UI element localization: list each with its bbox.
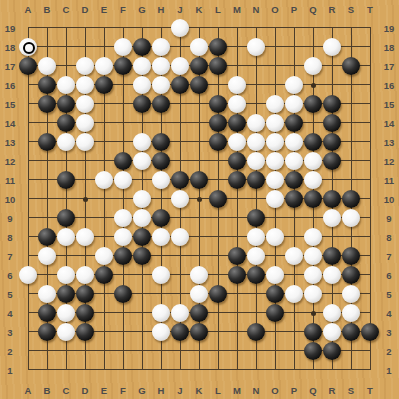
stone-black-A17 (19, 57, 37, 75)
stone-black-E16 (95, 76, 113, 94)
stone-black-L15 (209, 95, 227, 113)
stone-black-C5 (57, 285, 75, 303)
coord-label-col-A-top: A (25, 3, 32, 14)
coord-label-col-R-bottom: R (329, 385, 336, 396)
coord-label-col-O-bottom: O (271, 385, 278, 396)
coord-label-col-D-top: D (82, 3, 89, 14)
coord-label-col-O-top: O (271, 3, 278, 14)
stone-white-Q6 (304, 266, 322, 284)
stone-white-H18 (152, 38, 170, 56)
coord-label-row-5-left: 5 (7, 288, 12, 299)
coord-label-row-19-right: 19 (384, 22, 395, 33)
stone-white-C16 (57, 76, 75, 94)
stone-white-D17 (76, 57, 94, 75)
stone-black-C11 (57, 171, 75, 189)
star-point-Q16 (311, 83, 316, 88)
stone-white-O15 (266, 95, 284, 113)
coord-label-col-G-top: G (138, 3, 145, 14)
stone-white-S9 (342, 209, 360, 227)
stone-black-L14 (209, 114, 227, 132)
stone-white-D13 (76, 133, 94, 151)
stone-white-A18 (19, 38, 37, 56)
coord-label-col-A-bottom: A (25, 385, 32, 396)
coord-label-row-14-right: 14 (384, 117, 395, 128)
stone-white-F18 (114, 38, 132, 56)
stone-black-L18 (209, 38, 227, 56)
stone-black-N3 (247, 323, 265, 341)
coord-label-row-18-right: 18 (384, 41, 395, 52)
stone-white-H16 (152, 76, 170, 94)
stone-white-Q12 (304, 152, 322, 170)
stone-black-R14 (323, 114, 341, 132)
stone-white-R18 (323, 38, 341, 56)
stone-black-J3 (171, 323, 189, 341)
stone-black-L13 (209, 133, 227, 151)
star-point-K10 (197, 197, 202, 202)
stone-black-O5 (266, 285, 284, 303)
stone-white-H6 (152, 266, 170, 284)
stone-black-L10 (209, 190, 227, 208)
stone-white-D8 (76, 228, 94, 246)
stone-white-J8 (171, 228, 189, 246)
stone-white-G16 (133, 76, 151, 94)
coord-label-row-9-left: 9 (7, 212, 12, 223)
coord-label-col-C-bottom: C (63, 385, 70, 396)
stone-black-R7 (323, 247, 341, 265)
coord-label-col-K-top: K (196, 3, 203, 14)
coord-label-row-3-left: 3 (7, 326, 12, 337)
stone-white-F8 (114, 228, 132, 246)
coord-label-row-15-right: 15 (384, 98, 395, 109)
stone-white-C4 (57, 304, 75, 322)
coord-label-col-F-top: F (120, 3, 126, 14)
coord-label-row-9-right: 9 (386, 212, 391, 223)
stone-white-N7 (247, 247, 265, 265)
coord-label-row-11-right: 11 (384, 174, 394, 185)
stone-black-C14 (57, 114, 75, 132)
stone-black-J11 (171, 171, 189, 189)
stone-white-P16 (285, 76, 303, 94)
stone-white-P7 (285, 247, 303, 265)
coord-label-col-H-bottom: H (158, 385, 165, 396)
stone-white-Q17 (304, 57, 322, 75)
stone-white-B7 (38, 247, 56, 265)
stone-white-M15 (228, 95, 246, 113)
stone-white-R9 (323, 209, 341, 227)
coord-label-col-D-bottom: D (82, 385, 89, 396)
stone-black-F17 (114, 57, 132, 75)
stone-white-K18 (190, 38, 208, 56)
stone-black-K17 (190, 57, 208, 75)
stone-white-J10 (171, 190, 189, 208)
stone-white-O6 (266, 266, 284, 284)
coord-label-col-P-bottom: P (291, 385, 297, 396)
coord-label-col-F-bottom: F (120, 385, 126, 396)
stone-white-E17 (95, 57, 113, 75)
stone-white-G17 (133, 57, 151, 75)
stone-white-B5 (38, 285, 56, 303)
star-point-Q4 (311, 311, 316, 316)
stone-black-B3 (38, 323, 56, 341)
stone-black-F5 (114, 285, 132, 303)
stone-white-G12 (133, 152, 151, 170)
last-move-marker (23, 42, 35, 54)
coord-label-row-2-left: 2 (7, 345, 12, 356)
coord-label-row-13-right: 13 (384, 136, 395, 147)
coord-label-col-J-bottom: J (177, 385, 182, 396)
stone-white-G10 (133, 190, 151, 208)
stone-white-D14 (76, 114, 94, 132)
stone-white-P13 (285, 133, 303, 151)
coord-label-row-10-left: 10 (5, 193, 16, 204)
coord-label-col-H-top: H (158, 3, 165, 14)
stone-white-M13 (228, 133, 246, 151)
stone-white-H8 (152, 228, 170, 246)
stone-white-Q11 (304, 171, 322, 189)
stone-white-P12 (285, 152, 303, 170)
coord-label-col-B-bottom: B (44, 385, 51, 396)
coord-label-row-16-right: 16 (384, 79, 395, 90)
stone-white-N8 (247, 228, 265, 246)
coord-label-col-R-top: R (329, 3, 336, 14)
stone-white-O10 (266, 190, 284, 208)
coord-label-col-P-top: P (291, 3, 297, 14)
coord-label-col-B-top: B (44, 3, 51, 14)
coord-label-row-4-right: 4 (386, 307, 391, 318)
stone-white-N18 (247, 38, 265, 56)
stone-white-R6 (323, 266, 341, 284)
coord-label-col-L-top: L (215, 3, 221, 14)
coord-label-row-1-right: 1 (386, 364, 391, 375)
coord-label-col-N-top: N (253, 3, 260, 14)
stone-black-P14 (285, 114, 303, 132)
coord-label-col-L-bottom: L (215, 385, 221, 396)
coord-label-col-Q-bottom: Q (309, 385, 316, 396)
stone-white-H4 (152, 304, 170, 322)
stone-white-Q7 (304, 247, 322, 265)
stone-black-M7 (228, 247, 246, 265)
coord-label-row-11-left: 11 (5, 174, 15, 185)
stone-white-R3 (323, 323, 341, 341)
stone-black-B8 (38, 228, 56, 246)
stone-black-L5 (209, 285, 227, 303)
stone-black-Q2 (304, 342, 322, 360)
stone-black-E6 (95, 266, 113, 284)
coord-label-col-G-bottom: G (138, 385, 145, 396)
stone-black-Q15 (304, 95, 322, 113)
coord-label-row-17-left: 17 (5, 60, 16, 71)
stone-black-B13 (38, 133, 56, 151)
stone-black-S10 (342, 190, 360, 208)
stone-white-P5 (285, 285, 303, 303)
stone-white-K5 (190, 285, 208, 303)
stone-black-Q13 (304, 133, 322, 151)
coord-label-row-8-left: 8 (7, 231, 12, 242)
stone-black-M12 (228, 152, 246, 170)
stone-black-M6 (228, 266, 246, 284)
coord-label-row-10-right: 10 (384, 193, 395, 204)
stone-black-S6 (342, 266, 360, 284)
stone-white-C13 (57, 133, 75, 151)
stone-black-T3 (361, 323, 379, 341)
stone-black-M11 (228, 171, 246, 189)
coord-label-col-T-top: T (367, 3, 373, 14)
stone-black-K16 (190, 76, 208, 94)
coord-label-row-1-left: 1 (7, 364, 12, 375)
stone-black-O4 (266, 304, 284, 322)
stone-white-D6 (76, 266, 94, 284)
stone-black-S17 (342, 57, 360, 75)
stone-black-J16 (171, 76, 189, 94)
stone-black-H12 (152, 152, 170, 170)
stone-black-H13 (152, 133, 170, 151)
stone-white-O12 (266, 152, 284, 170)
stone-white-N14 (247, 114, 265, 132)
coord-label-col-N-bottom: N (253, 385, 260, 396)
stone-black-D5 (76, 285, 94, 303)
coord-label-col-Q-top: Q (309, 3, 316, 14)
coord-label-col-S-bottom: S (348, 385, 354, 396)
stone-black-C9 (57, 209, 75, 227)
coord-label-row-19-left: 19 (5, 22, 16, 33)
stone-white-H11 (152, 171, 170, 189)
stone-white-D16 (76, 76, 94, 94)
stone-white-Q5 (304, 285, 322, 303)
coord-label-col-C-top: C (63, 3, 70, 14)
coord-label-row-7-left: 7 (7, 250, 12, 261)
stone-white-M16 (228, 76, 246, 94)
stone-black-N9 (247, 209, 265, 227)
coord-label-col-J-top: J (177, 3, 182, 14)
stone-black-M14 (228, 114, 246, 132)
coord-label-row-14-left: 14 (5, 117, 16, 128)
coord-label-col-E-bottom: E (101, 385, 107, 396)
stone-white-N13 (247, 133, 265, 151)
stone-white-H17 (152, 57, 170, 75)
stone-black-R2 (323, 342, 341, 360)
stone-white-E7 (95, 247, 113, 265)
stone-black-P11 (285, 171, 303, 189)
stone-white-F11 (114, 171, 132, 189)
coord-label-row-18-left: 18 (5, 41, 16, 52)
stone-black-Q10 (304, 190, 322, 208)
stone-black-K11 (190, 171, 208, 189)
stone-white-C8 (57, 228, 75, 246)
stone-black-N11 (247, 171, 265, 189)
stone-black-S7 (342, 247, 360, 265)
stone-black-N6 (247, 266, 265, 284)
stone-black-D4 (76, 304, 94, 322)
stone-black-F7 (114, 247, 132, 265)
stone-white-K6 (190, 266, 208, 284)
coord-label-col-S-top: S (348, 3, 354, 14)
stone-black-R10 (323, 190, 341, 208)
stone-black-B4 (38, 304, 56, 322)
stone-white-S4 (342, 304, 360, 322)
stone-black-P10 (285, 190, 303, 208)
stone-white-E11 (95, 171, 113, 189)
stone-black-D3 (76, 323, 94, 341)
stone-white-G13 (133, 133, 151, 151)
coord-label-row-5-right: 5 (386, 288, 391, 299)
stone-black-H9 (152, 209, 170, 227)
coord-label-row-4-left: 4 (7, 307, 12, 318)
stone-white-B17 (38, 57, 56, 75)
coord-label-row-12-left: 12 (5, 155, 16, 166)
coord-label-col-M-bottom: M (233, 385, 241, 396)
stone-black-G15 (133, 95, 151, 113)
coord-label-row-8-right: 8 (386, 231, 391, 242)
star-point-D10 (83, 197, 88, 202)
stone-black-R15 (323, 95, 341, 113)
stone-black-C15 (57, 95, 75, 113)
coord-label-row-15-left: 15 (5, 98, 16, 109)
stone-white-Q8 (304, 228, 322, 246)
stone-white-R4 (323, 304, 341, 322)
stone-white-J17 (171, 57, 189, 75)
stone-white-P15 (285, 95, 303, 113)
stone-white-O8 (266, 228, 284, 246)
stone-black-S3 (342, 323, 360, 341)
stone-black-L17 (209, 57, 227, 75)
stone-white-O11 (266, 171, 284, 189)
coord-label-col-T-bottom: T (367, 385, 373, 396)
stone-black-K3 (190, 323, 208, 341)
coord-label-row-12-right: 12 (384, 155, 395, 166)
stone-black-F12 (114, 152, 132, 170)
stone-white-J19 (171, 19, 189, 37)
coord-label-row-13-left: 13 (5, 136, 16, 147)
stone-black-R12 (323, 152, 341, 170)
stone-white-S5 (342, 285, 360, 303)
stone-white-G9 (133, 209, 151, 227)
stone-black-G8 (133, 228, 151, 246)
stone-white-C3 (57, 323, 75, 341)
stone-black-H15 (152, 95, 170, 113)
coord-label-col-E-top: E (101, 3, 107, 14)
stone-white-O13 (266, 133, 284, 151)
stone-white-N12 (247, 152, 265, 170)
stone-black-Q3 (304, 323, 322, 341)
coord-label-row-17-right: 17 (384, 60, 395, 71)
stone-black-K4 (190, 304, 208, 322)
stone-white-O14 (266, 114, 284, 132)
stone-white-C6 (57, 266, 75, 284)
stone-black-G7 (133, 247, 151, 265)
coord-label-row-6-left: 6 (7, 269, 12, 280)
coord-label-row-7-right: 7 (386, 250, 391, 261)
coord-label-col-K-bottom: K (196, 385, 203, 396)
stone-black-G18 (133, 38, 151, 56)
stone-black-R13 (323, 133, 341, 151)
go-board[interactable]: AABBCCDDEEFFGGHHJJKKLLMMNNOOPPQQRRSSTT19… (0, 0, 399, 399)
stone-black-B16 (38, 76, 56, 94)
stone-white-J4 (171, 304, 189, 322)
stone-white-A6 (19, 266, 37, 284)
coord-label-row-2-right: 2 (386, 345, 391, 356)
stone-white-D15 (76, 95, 94, 113)
coord-label-row-6-right: 6 (386, 269, 391, 280)
coord-label-col-M-top: M (233, 3, 241, 14)
coord-label-row-16-left: 16 (5, 79, 16, 90)
stone-white-H3 (152, 323, 170, 341)
stone-white-F9 (114, 209, 132, 227)
stone-black-B15 (38, 95, 56, 113)
coord-label-row-3-right: 3 (386, 326, 391, 337)
